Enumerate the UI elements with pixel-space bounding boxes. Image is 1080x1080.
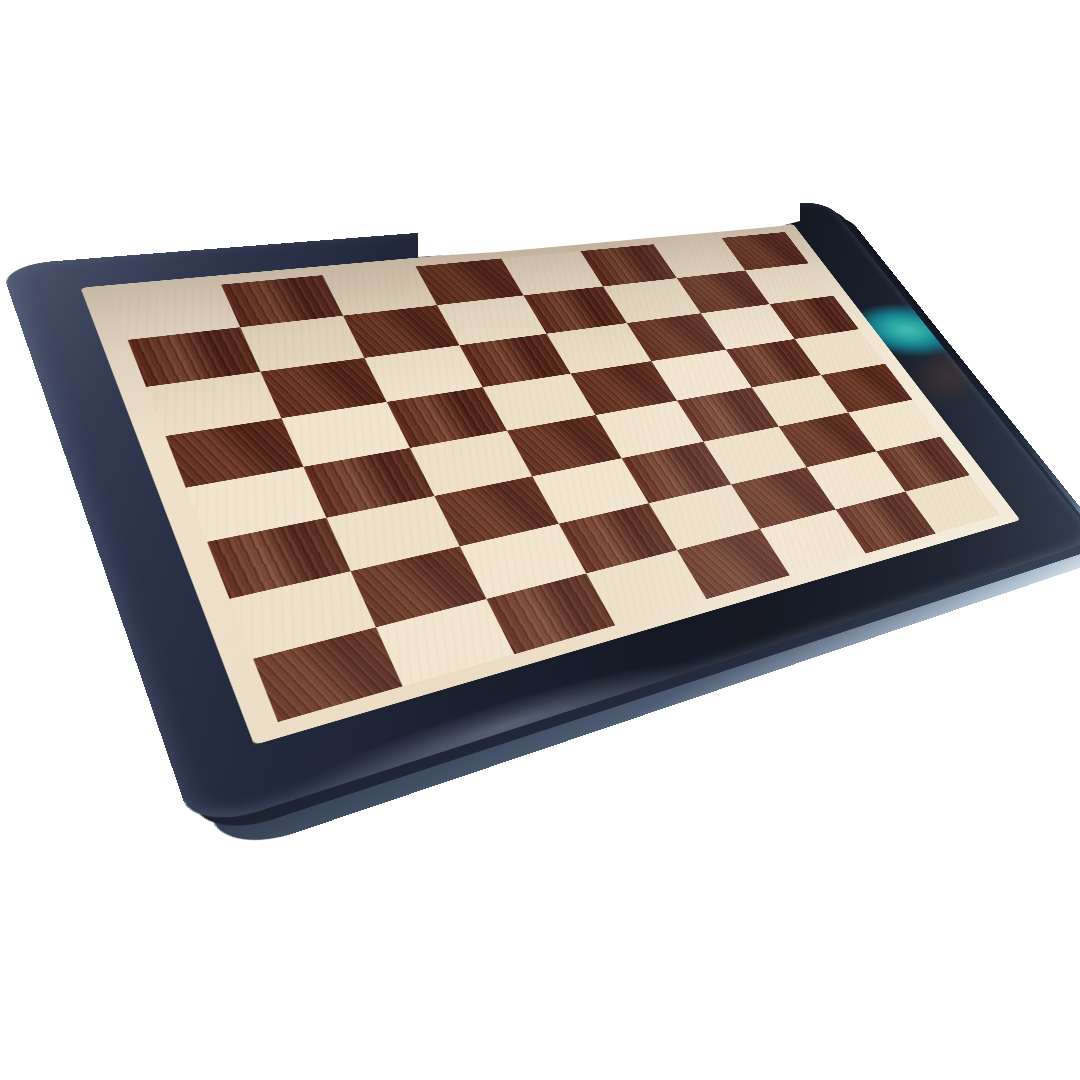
- product-photo-stage: [0, 0, 1080, 1080]
- chessboard: [110, 232, 1000, 722]
